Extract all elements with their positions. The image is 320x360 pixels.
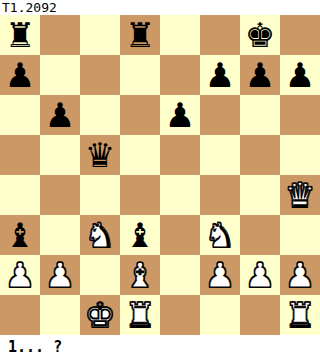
square-h3[interactable] xyxy=(280,215,320,255)
square-a2[interactable]: ♟ xyxy=(0,255,40,295)
square-a8[interactable]: ♜ xyxy=(0,15,40,55)
piece-black-king[interactable]: ♚ xyxy=(245,15,275,55)
square-c3[interactable]: ♞ xyxy=(80,215,120,255)
square-b4[interactable] xyxy=(40,175,80,215)
piece-black-bishop[interactable]: ♝ xyxy=(125,215,155,255)
square-d2[interactable]: ♝ xyxy=(120,255,160,295)
square-g5[interactable] xyxy=(240,135,280,175)
square-g6[interactable] xyxy=(240,95,280,135)
square-h4[interactable]: ♛ xyxy=(280,175,320,215)
square-e4[interactable] xyxy=(160,175,200,215)
square-f2[interactable]: ♟ xyxy=(200,255,240,295)
square-c8[interactable] xyxy=(80,15,120,55)
square-h1[interactable]: ♜ xyxy=(280,295,320,335)
piece-white-bishop[interactable]: ♝ xyxy=(125,255,155,295)
square-a1[interactable] xyxy=(0,295,40,335)
square-h8[interactable] xyxy=(280,15,320,55)
square-f3[interactable]: ♞ xyxy=(200,215,240,255)
square-h5[interactable] xyxy=(280,135,320,175)
square-h6[interactable] xyxy=(280,95,320,135)
chess-puzzle-app: T1.2092 ♜♜♚♟♟♟♟♟♟♛♛♝♞♝♞♟♟♝♟♟♟♚♜♜ 1... ? xyxy=(0,0,320,360)
square-g8[interactable]: ♚ xyxy=(240,15,280,55)
square-d7[interactable] xyxy=(120,55,160,95)
square-d1[interactable]: ♜ xyxy=(120,295,160,335)
square-e7[interactable] xyxy=(160,55,200,95)
square-c6[interactable] xyxy=(80,95,120,135)
square-b2[interactable]: ♟ xyxy=(40,255,80,295)
chess-board: ♜♜♚♟♟♟♟♟♟♛♛♝♞♝♞♟♟♝♟♟♟♚♜♜ xyxy=(0,15,320,335)
square-f8[interactable] xyxy=(200,15,240,55)
piece-black-rook[interactable]: ♜ xyxy=(125,15,155,55)
piece-black-bishop[interactable]: ♝ xyxy=(5,215,35,255)
square-f7[interactable]: ♟ xyxy=(200,55,240,95)
piece-black-pawn[interactable]: ♟ xyxy=(5,55,35,95)
square-e1[interactable] xyxy=(160,295,200,335)
square-d4[interactable] xyxy=(120,175,160,215)
piece-black-pawn[interactable]: ♟ xyxy=(45,95,75,135)
square-e8[interactable] xyxy=(160,15,200,55)
square-c2[interactable] xyxy=(80,255,120,295)
square-e2[interactable] xyxy=(160,255,200,295)
square-g2[interactable]: ♟ xyxy=(240,255,280,295)
square-d5[interactable] xyxy=(120,135,160,175)
piece-white-king[interactable]: ♚ xyxy=(85,295,115,335)
square-a4[interactable] xyxy=(0,175,40,215)
piece-white-pawn[interactable]: ♟ xyxy=(285,255,315,295)
piece-white-knight[interactable]: ♞ xyxy=(85,215,115,255)
square-b7[interactable] xyxy=(40,55,80,95)
square-a5[interactable] xyxy=(0,135,40,175)
square-c1[interactable]: ♚ xyxy=(80,295,120,335)
piece-white-pawn[interactable]: ♟ xyxy=(45,255,75,295)
piece-white-pawn[interactable]: ♟ xyxy=(245,255,275,295)
square-d6[interactable] xyxy=(120,95,160,135)
piece-black-pawn[interactable]: ♟ xyxy=(245,55,275,95)
square-b3[interactable] xyxy=(40,215,80,255)
square-g3[interactable] xyxy=(240,215,280,255)
square-g1[interactable] xyxy=(240,295,280,335)
square-e6[interactable]: ♟ xyxy=(160,95,200,135)
square-b6[interactable]: ♟ xyxy=(40,95,80,135)
square-e5[interactable] xyxy=(160,135,200,175)
piece-black-rook[interactable]: ♜ xyxy=(5,15,35,55)
square-e3[interactable] xyxy=(160,215,200,255)
square-c7[interactable] xyxy=(80,55,120,95)
square-d8[interactable]: ♜ xyxy=(120,15,160,55)
piece-black-pawn[interactable]: ♟ xyxy=(205,55,235,95)
square-f1[interactable] xyxy=(200,295,240,335)
square-a3[interactable]: ♝ xyxy=(0,215,40,255)
square-h2[interactable]: ♟ xyxy=(280,255,320,295)
piece-white-pawn[interactable]: ♟ xyxy=(5,255,35,295)
piece-white-rook[interactable]: ♜ xyxy=(285,295,315,335)
square-b8[interactable] xyxy=(40,15,80,55)
square-h7[interactable]: ♟ xyxy=(280,55,320,95)
square-f6[interactable] xyxy=(200,95,240,135)
square-c5[interactable]: ♛ xyxy=(80,135,120,175)
square-d3[interactable]: ♝ xyxy=(120,215,160,255)
square-a6[interactable] xyxy=(0,95,40,135)
move-prompt: 1... ? xyxy=(0,335,320,360)
piece-black-pawn[interactable]: ♟ xyxy=(165,95,195,135)
square-g4[interactable] xyxy=(240,175,280,215)
square-g7[interactable]: ♟ xyxy=(240,55,280,95)
puzzle-id: T1.2092 xyxy=(0,0,320,15)
piece-black-pawn[interactable]: ♟ xyxy=(285,55,315,95)
square-f5[interactable] xyxy=(200,135,240,175)
square-c4[interactable] xyxy=(80,175,120,215)
piece-white-knight[interactable]: ♞ xyxy=(205,215,235,255)
piece-black-queen[interactable]: ♛ xyxy=(85,135,115,175)
square-a7[interactable]: ♟ xyxy=(0,55,40,95)
piece-white-pawn[interactable]: ♟ xyxy=(205,255,235,295)
square-b1[interactable] xyxy=(40,295,80,335)
piece-white-rook[interactable]: ♜ xyxy=(125,295,155,335)
square-f4[interactable] xyxy=(200,175,240,215)
piece-white-queen[interactable]: ♛ xyxy=(285,175,315,215)
square-b5[interactable] xyxy=(40,135,80,175)
